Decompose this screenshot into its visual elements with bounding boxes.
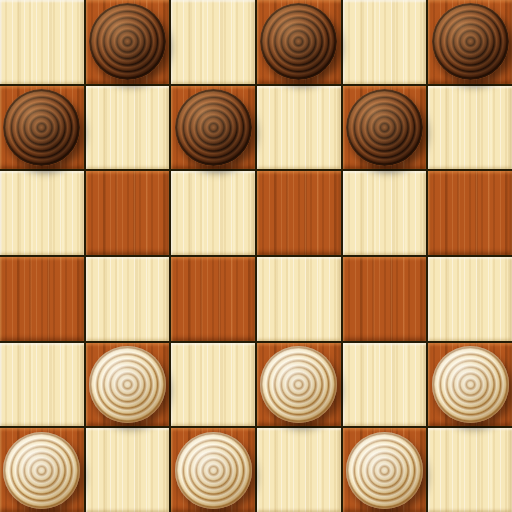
board-square-light[interactable] [257,257,341,341]
board-square-light[interactable] [257,86,341,170]
board-square-light[interactable] [343,343,427,427]
checkers-board [0,0,512,512]
board-square-light[interactable] [0,171,84,255]
board-square-dark[interactable] [86,0,170,84]
board-square-dark[interactable] [171,428,255,512]
board-square-light[interactable] [0,343,84,427]
light-checker-piece[interactable] [260,346,337,423]
board-square-light[interactable] [171,0,255,84]
board-square-dark[interactable] [0,257,84,341]
board-square-dark[interactable] [86,343,170,427]
board-square-light[interactable] [171,171,255,255]
dark-checker-piece[interactable] [3,89,80,166]
game-screen [0,0,512,512]
board-square-dark[interactable] [343,86,427,170]
board-square-dark[interactable] [86,171,170,255]
board-square-light[interactable] [343,171,427,255]
dark-checker-piece[interactable] [89,3,166,80]
board-square-light[interactable] [86,257,170,341]
dark-checker-piece[interactable] [432,3,509,80]
board-square-light[interactable] [343,0,427,84]
board-square-dark[interactable] [257,171,341,255]
dark-checker-piece[interactable] [346,89,423,166]
board-square-dark[interactable] [257,0,341,84]
board-square-dark[interactable] [428,171,512,255]
board-square-light[interactable] [428,428,512,512]
board-square-light[interactable] [428,257,512,341]
dark-checker-piece[interactable] [175,89,252,166]
board-square-dark[interactable] [171,257,255,341]
board-square-dark[interactable] [343,257,427,341]
board-square-dark[interactable] [171,86,255,170]
board-square-dark[interactable] [0,86,84,170]
board-square-light[interactable] [0,0,84,84]
board-square-dark[interactable] [257,343,341,427]
light-checker-piece[interactable] [175,432,252,509]
board-square-dark[interactable] [428,0,512,84]
board-square-dark[interactable] [428,343,512,427]
light-checker-piece[interactable] [89,346,166,423]
light-checker-piece[interactable] [3,432,80,509]
light-checker-piece[interactable] [432,346,509,423]
board-square-light[interactable] [86,86,170,170]
board-square-dark[interactable] [0,428,84,512]
board-square-light[interactable] [257,428,341,512]
dark-checker-piece[interactable] [260,3,337,80]
board-square-light[interactable] [86,428,170,512]
board-square-light[interactable] [428,86,512,170]
board-square-light[interactable] [171,343,255,427]
light-checker-piece[interactable] [346,432,423,509]
board-square-dark[interactable] [343,428,427,512]
